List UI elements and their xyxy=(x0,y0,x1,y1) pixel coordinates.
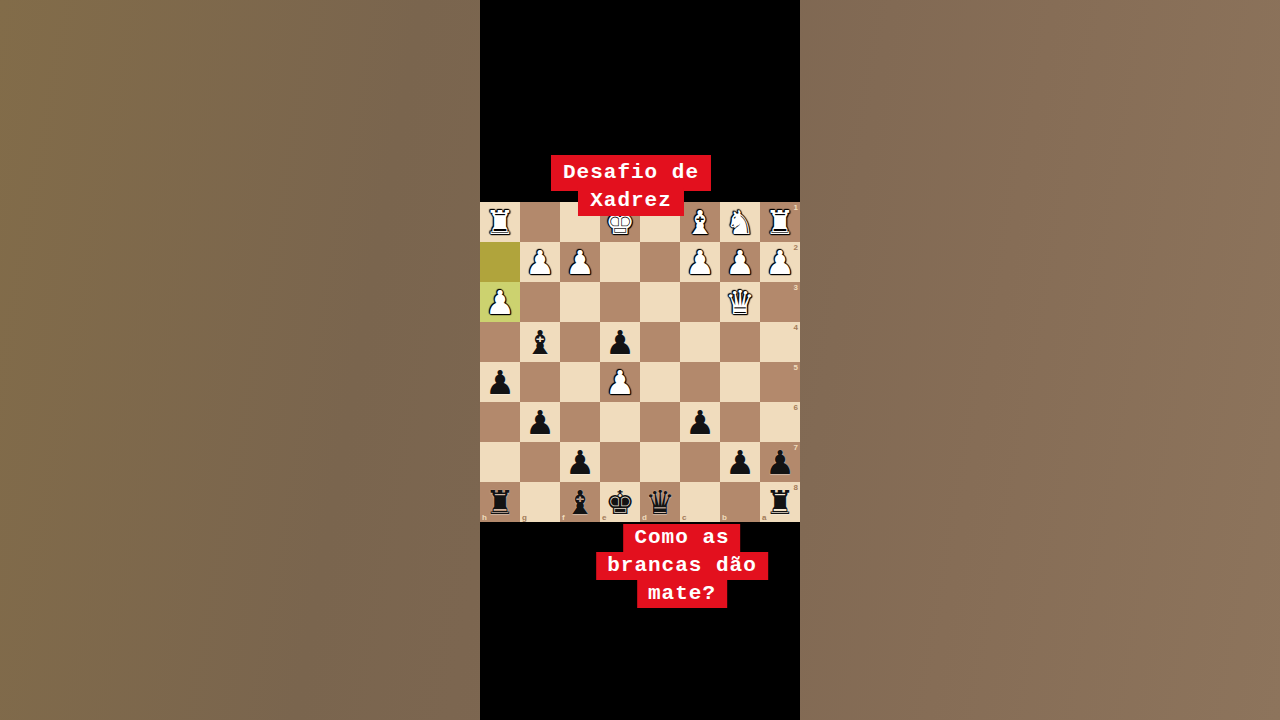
square-a4: 4 xyxy=(760,322,800,362)
square-d2 xyxy=(640,242,680,282)
piece-black-pawn: ♟ xyxy=(600,322,640,362)
title-line-1: Desafio de xyxy=(551,155,711,191)
square-g5 xyxy=(520,362,560,402)
question-banner: Como as brancas dão mate? xyxy=(596,524,768,608)
piece-white-pawn: ♟ xyxy=(520,242,560,282)
square-a8: ♜8a xyxy=(760,482,800,522)
file-label-d: d xyxy=(642,513,647,522)
file-label-f: f xyxy=(562,513,565,522)
piece-white-queen: ♛ xyxy=(720,282,760,322)
square-g2: ♟ xyxy=(520,242,560,282)
square-f7: ♟ xyxy=(560,442,600,482)
rank-label-6: 6 xyxy=(794,403,798,412)
square-h2 xyxy=(480,242,520,282)
video-frame: ♜♚♝♞♜1♟♟♟♟♟2♟♛3♝♟4♟♟5♟♟6♟♟♟7♜hg♝f♚e♛dcb♜… xyxy=(480,0,800,720)
square-g4: ♝ xyxy=(520,322,560,362)
piece-black-bishop: ♝ xyxy=(560,482,600,522)
piece-white-pawn: ♟ xyxy=(720,242,760,282)
square-e5: ♟ xyxy=(600,362,640,402)
rank-label-3: 3 xyxy=(794,283,798,292)
square-f5 xyxy=(560,362,600,402)
square-b7: ♟ xyxy=(720,442,760,482)
square-g6: ♟ xyxy=(520,402,560,442)
piece-white-rook: ♜ xyxy=(480,202,520,242)
square-f3 xyxy=(560,282,600,322)
square-f4 xyxy=(560,322,600,362)
background-blur: ♜♚♝♞♜1♟♟♟♟♟2♟♛3♝♟4♟♟5♟♟6♟♟♟7♜hg♝f♚e♛dcb♜… xyxy=(0,0,1280,720)
square-c5 xyxy=(680,362,720,402)
piece-black-pawn: ♟ xyxy=(720,442,760,482)
square-e3 xyxy=(600,282,640,322)
square-a3: 3 xyxy=(760,282,800,322)
rank-label-5: 5 xyxy=(794,363,798,372)
square-g8: g xyxy=(520,482,560,522)
square-h6 xyxy=(480,402,520,442)
square-b8: b xyxy=(720,482,760,522)
piece-white-pawn: ♟ xyxy=(560,242,600,282)
rank-label-1: 1 xyxy=(794,203,798,212)
square-d7 xyxy=(640,442,680,482)
file-label-h: h xyxy=(482,513,487,522)
file-label-a: a xyxy=(762,513,766,522)
piece-black-pawn: ♟ xyxy=(680,402,720,442)
question-line-3: mate? xyxy=(637,580,727,608)
square-c7 xyxy=(680,442,720,482)
square-f6 xyxy=(560,402,600,442)
piece-black-bishop: ♝ xyxy=(520,322,560,362)
square-b1: ♞ xyxy=(720,202,760,242)
square-b6 xyxy=(720,402,760,442)
square-h7 xyxy=(480,442,520,482)
square-c3 xyxy=(680,282,720,322)
piece-white-pawn: ♟ xyxy=(600,362,640,402)
piece-white-pawn: ♟ xyxy=(480,282,520,322)
square-c8: c xyxy=(680,482,720,522)
file-label-e: e xyxy=(602,513,606,522)
piece-white-pawn: ♟ xyxy=(680,242,720,282)
square-b3: ♛ xyxy=(720,282,760,322)
piece-black-pawn: ♟ xyxy=(480,362,520,402)
square-g3 xyxy=(520,282,560,322)
square-c2: ♟ xyxy=(680,242,720,282)
file-label-b: b xyxy=(722,513,727,522)
square-e6 xyxy=(600,402,640,442)
rank-label-4: 4 xyxy=(794,323,798,332)
chess-board: ♜♚♝♞♜1♟♟♟♟♟2♟♛3♝♟4♟♟5♟♟6♟♟♟7♜hg♝f♚e♛dcb♜… xyxy=(480,202,800,522)
square-d8: ♛d xyxy=(640,482,680,522)
square-f2: ♟ xyxy=(560,242,600,282)
square-b5 xyxy=(720,362,760,402)
square-c6: ♟ xyxy=(680,402,720,442)
square-b4 xyxy=(720,322,760,362)
square-h1: ♜ xyxy=(480,202,520,242)
title-line-2: Xadrez xyxy=(578,188,684,216)
piece-white-knight: ♞ xyxy=(720,202,760,242)
rank-label-7: 7 xyxy=(794,443,798,452)
square-a6: 6 xyxy=(760,402,800,442)
square-a2: ♟2 xyxy=(760,242,800,282)
file-label-g: g xyxy=(522,513,527,522)
square-e2 xyxy=(600,242,640,282)
piece-black-pawn: ♟ xyxy=(520,402,560,442)
square-a5: 5 xyxy=(760,362,800,402)
square-d3 xyxy=(640,282,680,322)
square-e4: ♟ xyxy=(600,322,640,362)
file-label-c: c xyxy=(682,513,686,522)
square-h8: ♜h xyxy=(480,482,520,522)
rank-label-8: 8 xyxy=(794,483,798,492)
square-d4 xyxy=(640,322,680,362)
question-line-2: brancas dão xyxy=(596,552,768,580)
square-h3: ♟ xyxy=(480,282,520,322)
square-e7 xyxy=(600,442,640,482)
square-e8: ♚e xyxy=(600,482,640,522)
rank-label-2: 2 xyxy=(794,243,798,252)
square-h4 xyxy=(480,322,520,362)
square-a1: ♜1 xyxy=(760,202,800,242)
square-h5: ♟ xyxy=(480,362,520,402)
square-b2: ♟ xyxy=(720,242,760,282)
square-c4 xyxy=(680,322,720,362)
square-a7: ♟7 xyxy=(760,442,800,482)
square-f8: ♝f xyxy=(560,482,600,522)
question-line-1: Como as xyxy=(623,524,740,552)
title-banner: Desafio de Xadrez xyxy=(551,155,711,216)
piece-black-pawn: ♟ xyxy=(560,442,600,482)
square-d6 xyxy=(640,402,680,442)
square-g7 xyxy=(520,442,560,482)
square-d5 xyxy=(640,362,680,402)
